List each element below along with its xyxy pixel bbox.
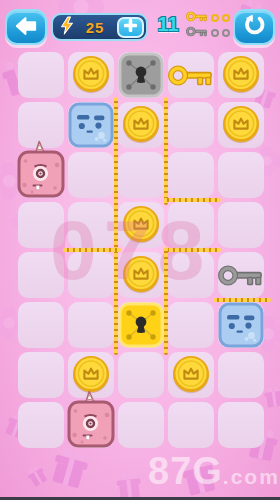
board-cell [66,200,116,250]
energy-count: 25 [74,19,116,36]
board-cell [66,150,116,200]
game-screen: 25 11 [0,0,280,500]
gray-key-slot [222,29,230,37]
coin-piece[interactable] [71,54,111,94]
board-cell[interactable] [216,50,266,100]
board-cell [66,250,116,300]
board-cell[interactable] [66,400,116,450]
pink-monster-piece[interactable] [16,140,66,198]
board-cell[interactable] [116,300,166,350]
plus-icon [124,19,137,35]
site-watermark: 87G .com [148,450,280,493]
board-cell [16,250,66,300]
gold-lock-piece[interactable] [118,302,164,348]
board-cell[interactable] [216,250,266,300]
board-cell [216,200,266,250]
gray-key-piece[interactable] [218,262,264,289]
pink-monster-piece[interactable] [66,390,116,448]
lightning-bolt-icon [60,16,74,39]
board-cell [166,250,216,300]
coin-piece[interactable] [121,104,161,144]
coin-piece[interactable] [171,354,211,394]
board-cell [16,200,66,250]
board-cell[interactable] [166,350,216,400]
board-cell[interactable] [66,100,116,150]
gift-decoration [24,463,49,489]
board-cell [166,150,216,200]
top-hud: 25 11 [0,0,280,50]
gold-key-slot [211,14,219,22]
board-cell[interactable] [116,50,166,100]
coin-piece[interactable] [121,254,161,294]
board-cell [216,400,266,450]
coin-piece[interactable] [221,54,261,94]
board-cell[interactable] [66,50,116,100]
add-energy-button[interactable] [117,17,144,38]
board-cell[interactable] [16,150,66,200]
board-cell [16,300,66,350]
keys-panel [186,10,236,40]
board-cell[interactable] [116,200,166,250]
board-cell [166,200,216,250]
site-watermark-suffix: .com [223,465,280,489]
restart-icon [242,14,266,41]
board-cell [116,150,166,200]
board-cell [16,400,66,450]
board-cell [116,400,166,450]
board-cell [116,350,166,400]
board-cell [166,400,216,450]
back-arrow-icon [13,15,39,40]
gray-key-icon [186,24,208,42]
coin-piece[interactable] [221,104,261,144]
board-cell [166,300,216,350]
coin-piece[interactable] [121,204,161,244]
board-cell[interactable] [216,300,266,350]
back-button[interactable] [5,9,47,45]
coin-piece[interactable] [71,354,111,394]
board-cell [16,350,66,400]
counter-value: 11 [152,13,184,36]
blue-block-piece[interactable] [68,102,114,148]
gray-keys-row [186,25,236,40]
site-watermark-main: 87G [148,450,223,493]
restart-button[interactable] [233,9,275,45]
board-cell [16,50,66,100]
board-cell[interactable] [166,50,216,100]
board-cell [216,350,266,400]
board-cell [166,100,216,150]
puzzle-board [16,50,266,450]
gift-decoration [178,454,220,498]
blue-block-piece[interactable] [218,302,264,348]
board-cell[interactable] [116,100,166,150]
gift-decoration [115,471,144,500]
energy-panel: 25 [51,13,148,41]
gift-decoration [47,444,92,491]
board-cell [66,300,116,350]
gold-key-piece[interactable] [168,62,214,89]
gray-key-slot [211,29,219,37]
board-cell[interactable] [216,100,266,150]
board-cell[interactable] [116,250,166,300]
board-cell [216,150,266,200]
gray-lock-piece[interactable] [118,52,164,98]
gold-key-slot [222,14,230,22]
